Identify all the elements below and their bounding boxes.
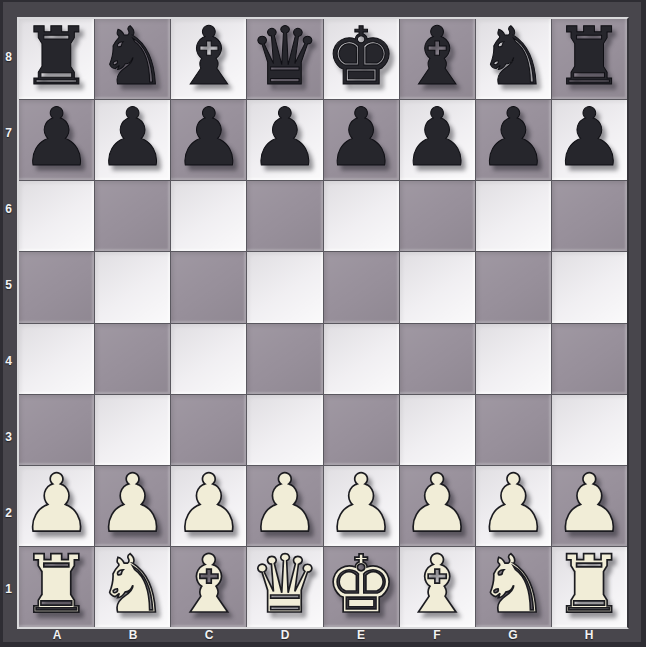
square-h4[interactable] bbox=[552, 324, 627, 394]
rank-label-5: 5 bbox=[0, 247, 17, 323]
square-d8[interactable]: ♛ bbox=[247, 19, 322, 99]
black-knight[interactable]: ♞ bbox=[97, 17, 169, 97]
square-d1[interactable]: ♛ bbox=[247, 547, 322, 627]
square-b7[interactable]: ♟ bbox=[95, 100, 170, 180]
white-pawn[interactable]: ♟ bbox=[554, 464, 626, 544]
square-e2[interactable]: ♟ bbox=[324, 466, 399, 546]
square-b1[interactable]: ♞ bbox=[95, 547, 170, 627]
black-bishop[interactable]: ♝ bbox=[173, 17, 245, 97]
square-e8[interactable]: ♚ bbox=[324, 19, 399, 99]
white-queen[interactable]: ♛ bbox=[249, 545, 321, 625]
square-f4[interactable] bbox=[400, 324, 475, 394]
square-a1[interactable]: ♜ bbox=[19, 547, 94, 627]
square-d7[interactable]: ♟ bbox=[247, 100, 322, 180]
square-f7[interactable]: ♟ bbox=[400, 100, 475, 180]
rank-label-1: 1 bbox=[0, 551, 17, 627]
rank-label-4: 4 bbox=[0, 323, 17, 399]
square-g8[interactable]: ♞ bbox=[476, 19, 551, 99]
rank-label-2: 2 bbox=[0, 475, 17, 551]
square-g5[interactable] bbox=[476, 252, 551, 322]
black-pawn[interactable]: ♟ bbox=[173, 98, 245, 178]
square-b6[interactable] bbox=[95, 181, 170, 251]
square-a8[interactable]: ♜ bbox=[19, 19, 94, 99]
square-e5[interactable] bbox=[324, 252, 399, 322]
board-frame: ♜♞♝♛♚♝♞♜♟♟♟♟♟♟♟♟♟♟♟♟♟♟♟♟♜♞♝♛♚♝♞♜ bbox=[17, 17, 629, 629]
square-f2[interactable]: ♟ bbox=[400, 466, 475, 546]
rank-label-7: 7 bbox=[0, 95, 17, 171]
white-pawn[interactable]: ♟ bbox=[173, 464, 245, 544]
white-pawn[interactable]: ♟ bbox=[325, 464, 397, 544]
square-h5[interactable] bbox=[552, 252, 627, 322]
square-c8[interactable]: ♝ bbox=[171, 19, 246, 99]
white-rook[interactable]: ♜ bbox=[21, 545, 93, 625]
square-h7[interactable]: ♟ bbox=[552, 100, 627, 180]
white-bishop[interactable]: ♝ bbox=[401, 545, 473, 625]
black-pawn[interactable]: ♟ bbox=[325, 98, 397, 178]
black-pawn[interactable]: ♟ bbox=[21, 98, 93, 178]
square-b2[interactable]: ♟ bbox=[95, 466, 170, 546]
square-f1[interactable]: ♝ bbox=[400, 547, 475, 627]
square-c1[interactable]: ♝ bbox=[171, 547, 246, 627]
black-rook[interactable]: ♜ bbox=[554, 17, 626, 97]
white-pawn[interactable]: ♟ bbox=[477, 464, 549, 544]
square-a4[interactable] bbox=[19, 324, 94, 394]
white-rook[interactable]: ♜ bbox=[554, 545, 626, 625]
square-b8[interactable]: ♞ bbox=[95, 19, 170, 99]
square-g3[interactable] bbox=[476, 395, 551, 465]
white-knight[interactable]: ♞ bbox=[97, 545, 169, 625]
square-f5[interactable] bbox=[400, 252, 475, 322]
black-pawn[interactable]: ♟ bbox=[554, 98, 626, 178]
white-pawn[interactable]: ♟ bbox=[249, 464, 321, 544]
square-b5[interactable] bbox=[95, 252, 170, 322]
square-d3[interactable] bbox=[247, 395, 322, 465]
square-h3[interactable] bbox=[552, 395, 627, 465]
board: ♜♞♝♛♚♝♞♜♟♟♟♟♟♟♟♟♟♟♟♟♟♟♟♟♜♞♝♛♚♝♞♜ bbox=[19, 19, 627, 627]
white-knight[interactable]: ♞ bbox=[477, 545, 549, 625]
square-g2[interactable]: ♟ bbox=[476, 466, 551, 546]
square-d4[interactable] bbox=[247, 324, 322, 394]
square-d5[interactable] bbox=[247, 252, 322, 322]
square-h6[interactable] bbox=[552, 181, 627, 251]
white-pawn[interactable]: ♟ bbox=[97, 464, 169, 544]
square-f3[interactable] bbox=[400, 395, 475, 465]
black-bishop[interactable]: ♝ bbox=[401, 17, 473, 97]
square-f8[interactable]: ♝ bbox=[400, 19, 475, 99]
black-pawn[interactable]: ♟ bbox=[97, 98, 169, 178]
black-king[interactable]: ♚ bbox=[325, 17, 397, 97]
square-a3[interactable] bbox=[19, 395, 94, 465]
square-c7[interactable]: ♟ bbox=[171, 100, 246, 180]
square-d2[interactable]: ♟ bbox=[247, 466, 322, 546]
white-pawn[interactable]: ♟ bbox=[21, 464, 93, 544]
square-f6[interactable] bbox=[400, 181, 475, 251]
square-c6[interactable] bbox=[171, 181, 246, 251]
white-pawn[interactable]: ♟ bbox=[401, 464, 473, 544]
black-pawn[interactable]: ♟ bbox=[477, 98, 549, 178]
square-a6[interactable] bbox=[19, 181, 94, 251]
black-pawn[interactable]: ♟ bbox=[401, 98, 473, 178]
square-d6[interactable] bbox=[247, 181, 322, 251]
square-e4[interactable] bbox=[324, 324, 399, 394]
rank-labels: 87654321 bbox=[0, 19, 17, 627]
square-e3[interactable] bbox=[324, 395, 399, 465]
black-knight[interactable]: ♞ bbox=[477, 17, 549, 97]
square-c5[interactable] bbox=[171, 252, 246, 322]
rank-label-6: 6 bbox=[0, 171, 17, 247]
square-a2[interactable]: ♟ bbox=[19, 466, 94, 546]
square-a7[interactable]: ♟ bbox=[19, 100, 94, 180]
square-h8[interactable]: ♜ bbox=[552, 19, 627, 99]
square-e7[interactable]: ♟ bbox=[324, 100, 399, 180]
white-king[interactable]: ♚ bbox=[325, 545, 397, 625]
square-g4[interactable] bbox=[476, 324, 551, 394]
square-h2[interactable]: ♟ bbox=[552, 466, 627, 546]
square-g1[interactable]: ♞ bbox=[476, 547, 551, 627]
square-g7[interactable]: ♟ bbox=[476, 100, 551, 180]
rank-label-8: 8 bbox=[0, 19, 17, 95]
square-h1[interactable]: ♜ bbox=[552, 547, 627, 627]
square-c2[interactable]: ♟ bbox=[171, 466, 246, 546]
black-rook[interactable]: ♜ bbox=[21, 17, 93, 97]
square-e6[interactable] bbox=[324, 181, 399, 251]
square-b4[interactable] bbox=[95, 324, 170, 394]
rank-label-3: 3 bbox=[0, 399, 17, 475]
square-e1[interactable]: ♚ bbox=[324, 547, 399, 627]
square-a5[interactable] bbox=[19, 252, 94, 322]
white-bishop[interactable]: ♝ bbox=[173, 545, 245, 625]
square-g6[interactable] bbox=[476, 181, 551, 251]
chess-app-window: 87654321 ABCDEFGH ♜♞♝♛♚♝♞♜♟♟♟♟♟♟♟♟♟♟♟♟♟♟… bbox=[0, 0, 646, 647]
black-pawn[interactable]: ♟ bbox=[249, 98, 321, 178]
square-b3[interactable] bbox=[95, 395, 170, 465]
square-c4[interactable] bbox=[171, 324, 246, 394]
square-c3[interactable] bbox=[171, 395, 246, 465]
black-queen[interactable]: ♛ bbox=[249, 17, 321, 97]
